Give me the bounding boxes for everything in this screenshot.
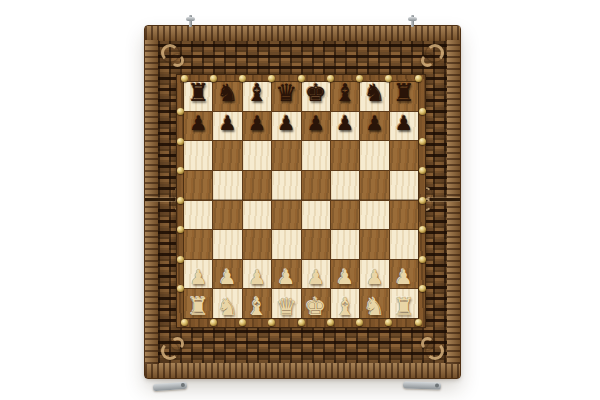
square-g2: ♟ bbox=[360, 260, 388, 289]
square-c3 bbox=[243, 230, 271, 259]
piece-black-knight: ♞ bbox=[364, 81, 386, 105]
square-b2: ♟ bbox=[213, 260, 241, 289]
square-c6 bbox=[243, 141, 271, 170]
piece-black-pawn: ♟ bbox=[277, 113, 295, 133]
brass-pin-icon bbox=[210, 75, 217, 82]
square-g8: ♞ bbox=[360, 82, 388, 111]
piece-white-pawn: ♟ bbox=[336, 267, 354, 287]
piece-white-knight: ♞ bbox=[217, 295, 239, 319]
brass-pin-icon bbox=[268, 319, 275, 326]
square-h8: ♜ bbox=[390, 82, 418, 111]
square-d6 bbox=[272, 141, 300, 170]
square-e2: ♟ bbox=[302, 260, 330, 289]
brass-pin-icon bbox=[419, 167, 426, 174]
piece-black-pawn: ♟ bbox=[365, 113, 383, 133]
square-a6 bbox=[184, 141, 212, 170]
square-b7: ♟ bbox=[213, 112, 241, 141]
square-a4 bbox=[184, 201, 212, 230]
square-f3 bbox=[331, 230, 359, 259]
square-g5 bbox=[360, 171, 388, 200]
brass-pin-icon bbox=[419, 197, 426, 204]
piece-black-queen: ♛ bbox=[276, 81, 298, 105]
brass-pin-icon bbox=[298, 75, 305, 82]
brass-pin-icon bbox=[239, 75, 246, 82]
brass-pin-icon bbox=[419, 285, 426, 292]
square-a1: ♜ bbox=[184, 289, 212, 318]
square-g3 bbox=[360, 230, 388, 259]
piece-white-queen: ♛ bbox=[276, 295, 298, 319]
brass-pin-icon bbox=[419, 226, 426, 233]
brass-pin-icon bbox=[210, 319, 217, 326]
piece-white-knight: ♞ bbox=[364, 295, 386, 319]
square-h7: ♟ bbox=[390, 112, 418, 141]
board-frame: ♜♞♝♛♚♝♞♜♟♟♟♟♟♟♟♟♟♟♟♟♟♟♟♟♜♞♝♛♚♝♞♜ bbox=[176, 74, 426, 328]
chess-box: ♜♞♝♛♚♝♞♜♟♟♟♟♟♟♟♟♟♟♟♟♟♟♟♟♜♞♝♛♚♝♞♜ bbox=[145, 26, 460, 378]
brass-pin-icon bbox=[177, 197, 184, 204]
square-g7: ♟ bbox=[360, 112, 388, 141]
brass-pin-icon bbox=[419, 108, 426, 115]
square-c7: ♟ bbox=[243, 112, 271, 141]
carved-border-left bbox=[145, 40, 159, 364]
brass-pin-icon bbox=[268, 75, 275, 82]
square-a3 bbox=[184, 230, 212, 259]
square-e1: ♚ bbox=[302, 289, 330, 318]
piece-black-king: ♚ bbox=[305, 81, 327, 105]
brass-pin-icon bbox=[419, 256, 426, 263]
square-a7: ♟ bbox=[184, 112, 212, 141]
brass-pin-icon bbox=[415, 319, 422, 326]
brass-pin-icon bbox=[177, 285, 184, 292]
piece-black-rook: ♜ bbox=[393, 81, 415, 105]
square-h1: ♜ bbox=[390, 289, 418, 318]
latch-icon bbox=[153, 382, 187, 391]
square-c8: ♝ bbox=[243, 82, 271, 111]
square-d4 bbox=[272, 201, 300, 230]
brass-pin-icon bbox=[177, 138, 184, 145]
brass-pin-icon bbox=[181, 319, 188, 326]
square-b4 bbox=[213, 201, 241, 230]
piece-black-pawn: ♟ bbox=[189, 113, 207, 133]
square-e7: ♟ bbox=[302, 112, 330, 141]
piece-black-pawn: ♟ bbox=[307, 113, 325, 133]
carved-border-right bbox=[446, 40, 460, 364]
brass-pin-icon bbox=[356, 319, 363, 326]
piece-black-pawn: ♟ bbox=[395, 113, 413, 133]
square-h4 bbox=[390, 201, 418, 230]
square-d3 bbox=[272, 230, 300, 259]
piece-white-rook: ♜ bbox=[187, 295, 209, 319]
piece-black-pawn: ♟ bbox=[336, 113, 354, 133]
product-photo: ♜♞♝♛♚♝♞♜♟♟♟♟♟♟♟♟♟♟♟♟♟♟♟♟♜♞♝♛♚♝♞♜ bbox=[0, 0, 600, 400]
square-f5 bbox=[331, 171, 359, 200]
square-h3 bbox=[390, 230, 418, 259]
square-e4 bbox=[302, 201, 330, 230]
square-b5 bbox=[213, 171, 241, 200]
square-g1: ♞ bbox=[360, 289, 388, 318]
piece-white-pawn: ♟ bbox=[248, 267, 266, 287]
brass-pin-icon bbox=[177, 226, 184, 233]
piece-black-pawn: ♟ bbox=[219, 113, 237, 133]
piece-white-bishop: ♝ bbox=[246, 295, 268, 319]
square-f4 bbox=[331, 201, 359, 230]
brass-pin-icon bbox=[327, 75, 334, 82]
square-a5 bbox=[184, 171, 212, 200]
square-f1: ♝ bbox=[331, 289, 359, 318]
piece-white-pawn: ♟ bbox=[395, 267, 413, 287]
brass-pin-icon bbox=[385, 319, 392, 326]
square-h6 bbox=[390, 141, 418, 170]
brass-pin-icon bbox=[298, 319, 305, 326]
square-d2: ♟ bbox=[272, 260, 300, 289]
square-b1: ♞ bbox=[213, 289, 241, 318]
square-b3 bbox=[213, 230, 241, 259]
brass-pin-icon bbox=[419, 138, 426, 145]
square-a2: ♟ bbox=[184, 260, 212, 289]
square-f6 bbox=[331, 141, 359, 170]
square-g6 bbox=[360, 141, 388, 170]
brass-pin-icon bbox=[356, 75, 363, 82]
square-d1: ♛ bbox=[272, 289, 300, 318]
square-e3 bbox=[302, 230, 330, 259]
piece-white-rook: ♜ bbox=[393, 295, 415, 319]
piece-black-bishop: ♝ bbox=[246, 81, 268, 105]
brass-pin-icon bbox=[415, 75, 422, 82]
piece-white-pawn: ♟ bbox=[219, 267, 237, 287]
brass-pin-icon bbox=[177, 167, 184, 174]
piece-black-pawn: ♟ bbox=[248, 113, 266, 133]
square-a8: ♜ bbox=[184, 82, 212, 111]
square-f7: ♟ bbox=[331, 112, 359, 141]
square-d8: ♛ bbox=[272, 82, 300, 111]
square-c1: ♝ bbox=[243, 289, 271, 318]
square-c4 bbox=[243, 201, 271, 230]
carved-border-bottom bbox=[145, 362, 460, 378]
piece-white-king: ♚ bbox=[305, 295, 327, 319]
square-b6 bbox=[213, 141, 241, 170]
square-c2: ♟ bbox=[243, 260, 271, 289]
square-b8: ♞ bbox=[213, 82, 241, 111]
piece-white-pawn: ♟ bbox=[307, 267, 325, 287]
square-d7: ♟ bbox=[272, 112, 300, 141]
brass-pin-icon bbox=[177, 256, 184, 263]
brass-pin-icon bbox=[177, 108, 184, 115]
brass-pin-icon bbox=[327, 319, 334, 326]
square-e5 bbox=[302, 171, 330, 200]
hinge-screw-icon bbox=[408, 15, 417, 27]
piece-black-knight: ♞ bbox=[217, 81, 239, 105]
square-h2: ♟ bbox=[390, 260, 418, 289]
brass-pin-icon bbox=[239, 319, 246, 326]
brass-pin-icon bbox=[181, 75, 188, 82]
square-d5 bbox=[272, 171, 300, 200]
square-f8: ♝ bbox=[331, 82, 359, 111]
piece-black-rook: ♜ bbox=[187, 81, 209, 105]
brass-pin-icon bbox=[385, 75, 392, 82]
piece-white-pawn: ♟ bbox=[365, 267, 383, 287]
carved-border-top bbox=[145, 26, 460, 42]
hinge-screw-icon bbox=[186, 15, 195, 27]
square-e6 bbox=[302, 141, 330, 170]
square-f2: ♟ bbox=[331, 260, 359, 289]
piece-black-bishop: ♝ bbox=[334, 81, 356, 105]
square-g4 bbox=[360, 201, 388, 230]
latch-icon bbox=[403, 381, 441, 389]
square-e8: ♚ bbox=[302, 82, 330, 111]
chess-board: ♜♞♝♛♚♝♞♜♟♟♟♟♟♟♟♟♟♟♟♟♟♟♟♟♜♞♝♛♚♝♞♜ bbox=[183, 81, 419, 319]
square-c5 bbox=[243, 171, 271, 200]
piece-white-bishop: ♝ bbox=[334, 295, 356, 319]
piece-white-pawn: ♟ bbox=[277, 267, 295, 287]
piece-white-pawn: ♟ bbox=[189, 267, 207, 287]
square-h5 bbox=[390, 171, 418, 200]
